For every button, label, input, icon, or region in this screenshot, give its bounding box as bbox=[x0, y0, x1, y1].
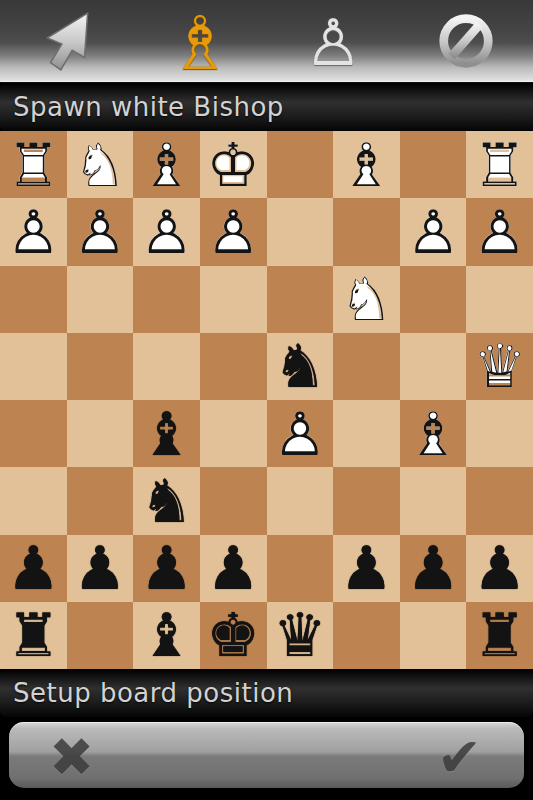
piece-white-knight-outline: ♘ bbox=[333, 266, 400, 333]
piece-white-pawn-outline: ♙ bbox=[466, 198, 533, 265]
piece-black-rook: ♜ bbox=[0, 602, 67, 669]
square-f4[interactable] bbox=[133, 333, 200, 400]
piece-white-pawn: ♟ bbox=[466, 198, 533, 265]
square-b2[interactable]: ♟♙ bbox=[400, 198, 467, 265]
erase-piece-tool-button[interactable] bbox=[400, 0, 533, 82]
piece-white-rook: ♜ bbox=[466, 131, 533, 198]
piece-white-pawn: ♟ bbox=[133, 198, 200, 265]
square-a3[interactable] bbox=[466, 266, 533, 333]
piece-white-pawn: ♟ bbox=[200, 198, 267, 265]
square-g6[interactable] bbox=[67, 467, 134, 534]
piece-white-bishop: ♝ bbox=[333, 131, 400, 198]
square-g3[interactable] bbox=[67, 266, 134, 333]
piece-black-knight: ♞ bbox=[133, 467, 200, 534]
square-g2[interactable]: ♟♙ bbox=[67, 198, 134, 265]
square-a7[interactable]: ♟ bbox=[466, 535, 533, 602]
spawn-white-pawn-tool-button[interactable]: ♙ bbox=[267, 0, 400, 82]
action-bar: ✖ ✔ bbox=[0, 717, 533, 800]
square-a6[interactable] bbox=[466, 467, 533, 534]
square-d7[interactable] bbox=[267, 535, 334, 602]
square-e8[interactable]: ♚ bbox=[200, 602, 267, 669]
piece-white-pawn-outline: ♙ bbox=[133, 198, 200, 265]
square-c3[interactable]: ♞♘ bbox=[333, 266, 400, 333]
square-b4[interactable] bbox=[400, 333, 467, 400]
piece-black-rook: ♜ bbox=[466, 602, 533, 669]
square-d2[interactable] bbox=[267, 198, 334, 265]
top-status-bar: Spawn white Bishop bbox=[0, 83, 533, 131]
bottom-status-bar: Setup board position bbox=[0, 669, 533, 717]
square-c5[interactable] bbox=[333, 400, 400, 467]
square-g8[interactable] bbox=[67, 602, 134, 669]
square-c2[interactable] bbox=[333, 198, 400, 265]
confirm-button[interactable]: ✔ bbox=[437, 731, 482, 785]
piece-white-king-outline: ♔ bbox=[200, 131, 267, 198]
piece-white-pawn-outline: ♙ bbox=[0, 198, 67, 265]
square-e4[interactable] bbox=[200, 333, 267, 400]
square-h4[interactable] bbox=[0, 333, 67, 400]
square-d5[interactable]: ♟♙ bbox=[267, 400, 334, 467]
piece-white-bishop-outline: ♗ bbox=[400, 400, 467, 467]
piece-black-pawn: ♟ bbox=[0, 535, 67, 602]
piece-white-knight-outline: ♘ bbox=[67, 131, 134, 198]
square-g1[interactable]: ♞♘ bbox=[67, 131, 134, 198]
piece-black-pawn: ♟ bbox=[466, 535, 533, 602]
square-b6[interactable] bbox=[400, 467, 467, 534]
square-f5[interactable]: ♝ bbox=[133, 400, 200, 467]
square-e6[interactable] bbox=[200, 467, 267, 534]
square-c8[interactable] bbox=[333, 602, 400, 669]
square-b1[interactable] bbox=[400, 131, 467, 198]
square-h6[interactable] bbox=[0, 467, 67, 534]
square-b5[interactable]: ♝♗ bbox=[400, 400, 467, 467]
move-cursor-tool-button[interactable] bbox=[0, 0, 133, 82]
piece-white-bishop-outline: ♗ bbox=[133, 131, 200, 198]
square-f1[interactable]: ♝♗ bbox=[133, 131, 200, 198]
piece-black-bishop: ♝ bbox=[133, 602, 200, 669]
square-b8[interactable] bbox=[400, 602, 467, 669]
piece-white-pawn-outline: ♙ bbox=[200, 198, 267, 265]
square-g7[interactable]: ♟ bbox=[67, 535, 134, 602]
piece-white-rook: ♜ bbox=[0, 131, 67, 198]
spawn-white-bishop-tool-button[interactable]: ♗ bbox=[133, 0, 266, 82]
piece-white-pawn: ♟ bbox=[67, 198, 134, 265]
square-e3[interactable] bbox=[200, 266, 267, 333]
cursor-arrow-icon bbox=[34, 8, 100, 74]
square-a1[interactable]: ♜♖ bbox=[466, 131, 533, 198]
chess-setup-screen: ♗ ♙ Spawn white Bishop ♜♖♞♘♝♗♚♔♝♗♜♖♟♙♟♙♟… bbox=[0, 0, 533, 800]
piece-white-pawn: ♟ bbox=[400, 198, 467, 265]
square-h7[interactable]: ♟ bbox=[0, 535, 67, 602]
piece-black-knight: ♞ bbox=[267, 333, 334, 400]
square-d6[interactable] bbox=[267, 467, 334, 534]
piece-white-queen: ♛ bbox=[466, 333, 533, 400]
piece-tool-toolbar: ♗ ♙ bbox=[0, 0, 533, 83]
square-h5[interactable] bbox=[0, 400, 67, 467]
piece-black-pawn: ♟ bbox=[333, 535, 400, 602]
square-e7[interactable]: ♟ bbox=[200, 535, 267, 602]
piece-white-bishop-outline: ♗ bbox=[333, 131, 400, 198]
piece-white-pawn-outline: ♙ bbox=[400, 198, 467, 265]
piece-white-knight: ♞ bbox=[67, 131, 134, 198]
piece-black-pawn: ♟ bbox=[67, 535, 134, 602]
square-d4[interactable]: ♞ bbox=[267, 333, 334, 400]
piece-black-bishop: ♝ bbox=[133, 400, 200, 467]
piece-black-queen: ♛ bbox=[267, 602, 334, 669]
square-f2[interactable]: ♟♙ bbox=[133, 198, 200, 265]
square-h2[interactable]: ♟♙ bbox=[0, 198, 67, 265]
piece-black-pawn: ♟ bbox=[200, 535, 267, 602]
square-c4[interactable] bbox=[333, 333, 400, 400]
piece-white-king: ♚ bbox=[200, 131, 267, 198]
piece-white-queen-outline: ♕ bbox=[466, 333, 533, 400]
piece-white-pawn: ♟ bbox=[267, 400, 334, 467]
square-d1[interactable] bbox=[267, 131, 334, 198]
piece-black-king: ♚ bbox=[200, 602, 267, 669]
square-f7[interactable]: ♟ bbox=[133, 535, 200, 602]
piece-white-knight: ♞ bbox=[333, 266, 400, 333]
square-f3[interactable] bbox=[133, 266, 200, 333]
no-entry-icon bbox=[435, 10, 497, 72]
square-h3[interactable] bbox=[0, 266, 67, 333]
square-h8[interactable]: ♜ bbox=[0, 602, 67, 669]
square-c1[interactable]: ♝♗ bbox=[333, 131, 400, 198]
piece-white-bishop: ♝ bbox=[400, 400, 467, 467]
piece-white-rook-outline: ♖ bbox=[0, 131, 67, 198]
piece-white-pawn: ♟ bbox=[0, 198, 67, 265]
square-a4[interactable]: ♛♕ bbox=[466, 333, 533, 400]
top-status-text: Spawn white Bishop bbox=[13, 92, 284, 122]
square-g4[interactable] bbox=[67, 333, 134, 400]
square-b7[interactable]: ♟ bbox=[400, 535, 467, 602]
square-d8[interactable]: ♛ bbox=[267, 602, 334, 669]
piece-white-bishop: ♝ bbox=[133, 131, 200, 198]
square-a2[interactable]: ♟♙ bbox=[466, 198, 533, 265]
square-c7[interactable]: ♟ bbox=[333, 535, 400, 602]
square-f8[interactable]: ♝ bbox=[133, 602, 200, 669]
square-g5[interactable] bbox=[67, 400, 134, 467]
piece-white-pawn-outline: ♙ bbox=[67, 198, 134, 265]
square-a8[interactable]: ♜ bbox=[466, 602, 533, 669]
cancel-button[interactable]: ✖ bbox=[49, 731, 94, 785]
square-e2[interactable]: ♟♙ bbox=[200, 198, 267, 265]
pawn-icon: ♙ bbox=[304, 11, 361, 75]
square-e5[interactable] bbox=[200, 400, 267, 467]
piece-black-pawn: ♟ bbox=[133, 535, 200, 602]
chess-board: ♜♖♞♘♝♗♚♔♝♗♜♖♟♙♟♙♟♙♟♙♟♙♟♙♞♘♞♛♕♝♟♙♝♗♞♟♟♟♟♟… bbox=[0, 131, 533, 669]
square-f6[interactable]: ♞ bbox=[133, 467, 200, 534]
piece-white-rook-outline: ♖ bbox=[466, 131, 533, 198]
piece-white-pawn-outline: ♙ bbox=[267, 400, 334, 467]
square-e1[interactable]: ♚♔ bbox=[200, 131, 267, 198]
action-button-pill: ✖ ✔ bbox=[9, 722, 524, 788]
square-a5[interactable] bbox=[466, 400, 533, 467]
square-c6[interactable] bbox=[333, 467, 400, 534]
bottom-status-text: Setup board position bbox=[13, 678, 293, 708]
bishop-icon: ♗ bbox=[167, 6, 233, 80]
square-b3[interactable] bbox=[400, 266, 467, 333]
square-h1[interactable]: ♜♖ bbox=[0, 131, 67, 198]
piece-black-pawn: ♟ bbox=[400, 535, 467, 602]
square-d3[interactable] bbox=[267, 266, 334, 333]
